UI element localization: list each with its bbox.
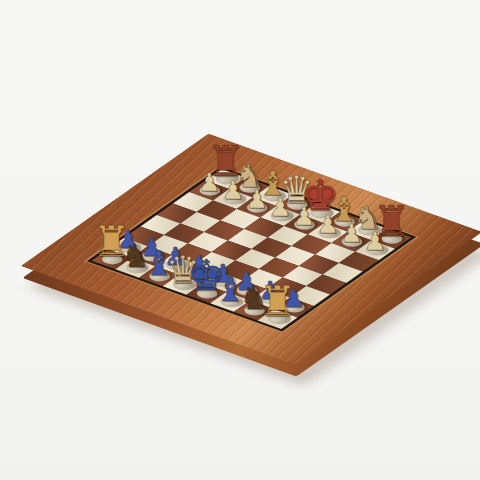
chess-board: ♜♞♝♛♚♝♞♜♟♟♟♟♟♟♟♟♟♟♟♟♟♟♟♟♜♞♝♛♚♝♞♜ [21,134,480,365]
white-pawn-glyph: ♟ [340,221,362,246]
white-pawn-glyph: ♟ [222,178,244,203]
frame-black-inlay-border: ♜♞♝♛♚♝♞♜♟♟♟♟♟♟♟♟♟♟♟♟♟♟♟♟♜♞♝♛♚♝♞♜ [87,167,417,332]
white-pawn-glyph: ♟ [364,229,386,254]
white-pawn-glyph: ♟ [198,170,220,195]
square-h8[interactable]: ♜ [258,309,298,329]
white-pawn-glyph: ♟ [269,195,291,220]
white-pawn-glyph: ♟ [245,187,267,212]
black-rook-glyph: ♜ [259,281,297,323]
white-pawn-glyph: ♟ [293,204,315,229]
white-pawn-glyph: ♟ [316,212,338,237]
studio-photo-scene: ♜♞♝♛♚♝♞♜♟♟♟♟♟♟♟♟♟♟♟♟♟♟♟♟♜♞♝♛♚♝♞♜ [0,0,480,480]
squares-grid: ♜♞♝♛♚♝♞♜♟♟♟♟♟♟♟♟♟♟♟♟♟♟♟♟♜♞♝♛♚♝♞♜ [92,169,412,329]
